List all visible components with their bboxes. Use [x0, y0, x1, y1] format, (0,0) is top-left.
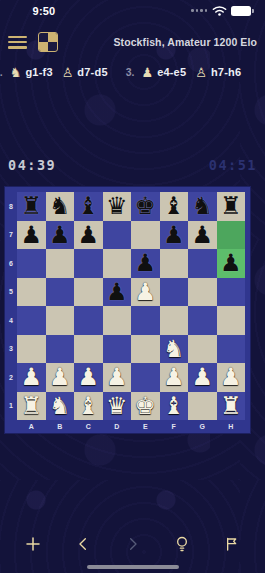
white-bishop: ♝	[163, 394, 185, 418]
square-d7[interactable]	[103, 221, 132, 250]
square-h7[interactable]	[217, 221, 246, 250]
square-b6[interactable]	[46, 249, 75, 278]
white-knight: ♞	[49, 394, 71, 418]
white-rook: ♜	[20, 394, 42, 418]
square-g2[interactable]: ♟	[188, 363, 217, 392]
file-label-h: H	[217, 420, 246, 433]
square-g1[interactable]	[188, 392, 217, 421]
forward-button[interactable]	[120, 531, 146, 557]
cellular-signal-icon	[191, 9, 207, 12]
home-indicator[interactable]	[87, 565, 179, 569]
black-pawn-icon: ♙	[195, 66, 207, 79]
rank-label-1: 1	[5, 392, 17, 421]
white-pawn: ♟	[49, 365, 71, 389]
white-pawn-icon: ♟	[141, 66, 153, 79]
square-d3[interactable]	[103, 335, 132, 364]
square-c5[interactable]	[74, 278, 103, 307]
move-item[interactable]: ♙d7-d5	[62, 66, 108, 79]
black-pawn: ♟	[77, 223, 99, 247]
black-pawn: ♟	[220, 251, 242, 275]
white-pawn: ♟	[163, 365, 185, 389]
square-f2[interactable]: ♟	[160, 363, 189, 392]
white-knight: ♞	[163, 337, 185, 361]
move-list[interactable]: 2.♞g1-f3♙d7-d53.♟e4-e5♙h7-h6	[0, 60, 265, 84]
file-label-e: E	[131, 420, 160, 433]
file-labels: ABCDEFGH	[17, 420, 245, 433]
square-f4[interactable]	[160, 306, 189, 335]
square-f7[interactable]: ♟	[160, 221, 189, 250]
square-e2[interactable]	[131, 363, 160, 392]
square-h5[interactable]	[217, 278, 246, 307]
square-e6[interactable]: ♟	[131, 249, 160, 278]
white-bishop: ♝	[77, 394, 99, 418]
square-d6[interactable]	[103, 249, 132, 278]
square-g5[interactable]	[188, 278, 217, 307]
black-rook: ♜	[20, 194, 42, 218]
menu-icon[interactable]	[8, 36, 27, 49]
bottom-toolbar	[0, 527, 265, 561]
hint-icon	[174, 535, 190, 554]
opponent-title: Stockfish, Amateur 1200 Elo	[58, 36, 265, 48]
white-pawn: ♟	[77, 365, 99, 389]
status-bar: 9:50	[0, 0, 265, 22]
square-b4[interactable]	[46, 306, 75, 335]
right-clock: 04:51	[209, 157, 257, 173]
square-e7[interactable]	[131, 221, 160, 250]
square-h6[interactable]: ♟	[217, 249, 246, 278]
square-f5[interactable]	[160, 278, 189, 307]
square-h8[interactable]: ♜	[217, 192, 246, 221]
square-e4[interactable]	[131, 306, 160, 335]
back-button[interactable]	[70, 531, 96, 557]
black-pawn-icon: ♙	[62, 66, 74, 79]
square-b3[interactable]	[46, 335, 75, 364]
black-pawn: ♟	[134, 251, 156, 275]
white-pawn: ♟	[20, 365, 42, 389]
square-g6[interactable]	[188, 249, 217, 278]
square-h4[interactable]	[217, 306, 246, 335]
square-e5[interactable]: ♟	[131, 278, 160, 307]
black-knight: ♞	[49, 194, 71, 218]
square-b5[interactable]	[46, 278, 75, 307]
clocks-row: 04:39 04:51	[0, 152, 265, 178]
file-label-g: G	[188, 420, 217, 433]
rank-label-5: 5	[5, 278, 17, 307]
move-number: 2.	[0, 66, 3, 78]
white-rook: ♜	[220, 394, 242, 418]
file-label-f: F	[160, 420, 189, 433]
square-d8[interactable]: ♛	[103, 192, 132, 221]
black-bishop: ♝	[163, 194, 185, 218]
rank-label-7: 7	[5, 221, 17, 250]
hint-button[interactable]	[169, 531, 195, 557]
chessboard-icon[interactable]	[38, 32, 58, 52]
wifi-icon	[212, 5, 227, 16]
rank-label-6: 6	[5, 249, 17, 278]
black-rook: ♜	[220, 194, 242, 218]
file-label-a: A	[17, 420, 46, 433]
back-icon	[75, 535, 91, 553]
square-e1[interactable]: ♚	[131, 392, 160, 421]
forward-icon	[125, 535, 141, 553]
black-pawn: ♟	[49, 223, 71, 247]
square-g3[interactable]	[188, 335, 217, 364]
black-pawn: ♟	[163, 223, 185, 247]
left-clock: 04:39	[8, 157, 56, 173]
square-h2[interactable]: ♟	[217, 363, 246, 392]
square-b2[interactable]: ♟	[46, 363, 75, 392]
square-a7[interactable]: ♟	[17, 221, 46, 250]
square-g7[interactable]: ♟	[188, 221, 217, 250]
header: Stockfish, Amateur 1200 Elo	[0, 26, 265, 58]
square-g8[interactable]: ♞	[188, 192, 217, 221]
square-g4[interactable]	[188, 306, 217, 335]
rank-label-8: 8	[5, 192, 17, 221]
black-pawn: ♟	[20, 223, 42, 247]
square-d5[interactable]: ♟	[103, 278, 132, 307]
square-e8[interactable]: ♚	[131, 192, 160, 221]
file-label-c: C	[74, 420, 103, 433]
move-item[interactable]: ♞g1-f3	[10, 66, 53, 79]
move-text: g1-f3	[25, 66, 52, 78]
white-pawn: ♟	[134, 280, 156, 304]
move-item[interactable]: ♙h7-h6	[195, 66, 241, 79]
square-f6[interactable]	[160, 249, 189, 278]
square-c2[interactable]: ♟	[74, 363, 103, 392]
board-squares: ♜♞♝♛♚♝♞♜♟♟♟♟♟♟♟♟♟♞♟♟♟♟♟♟♟♜♞♝♛♚♝♜	[17, 192, 245, 420]
square-h1[interactable]: ♜	[217, 392, 246, 421]
square-b7[interactable]: ♟	[46, 221, 75, 250]
rank-label-2: 2	[5, 363, 17, 392]
square-c7[interactable]: ♟	[74, 221, 103, 250]
move-text: e4-e5	[157, 66, 186, 78]
square-c4[interactable]	[74, 306, 103, 335]
add-icon	[24, 535, 42, 553]
battery-icon	[231, 6, 251, 16]
square-f8[interactable]: ♝	[160, 192, 189, 221]
square-b1[interactable]: ♞	[46, 392, 75, 421]
flag-button[interactable]	[219, 531, 245, 557]
black-knight: ♞	[191, 194, 213, 218]
file-label-b: B	[46, 420, 75, 433]
black-pawn: ♟	[106, 280, 128, 304]
white-pawn: ♟	[191, 365, 213, 389]
square-f1[interactable]: ♝	[160, 392, 189, 421]
square-a4[interactable]	[17, 306, 46, 335]
square-e3[interactable]	[131, 335, 160, 364]
move-item[interactable]: ♟e4-e5	[141, 66, 186, 79]
status-time: 9:50	[22, 5, 66, 17]
square-d2[interactable]: ♟	[103, 363, 132, 392]
rank-label-3: 3	[5, 335, 17, 364]
square-c1[interactable]: ♝	[74, 392, 103, 421]
black-king: ♚	[134, 194, 156, 218]
black-queen: ♛	[106, 194, 128, 218]
square-a1[interactable]: ♜	[17, 392, 46, 421]
white-queen: ♛	[106, 394, 128, 418]
black-bishop: ♝	[77, 194, 99, 218]
rank-label-4: 4	[5, 306, 17, 335]
black-pawn: ♟	[191, 223, 213, 247]
square-f3[interactable]: ♞	[160, 335, 189, 364]
move-number: 3.	[126, 66, 135, 78]
square-c6[interactable]	[74, 249, 103, 278]
square-a3[interactable]	[17, 335, 46, 364]
square-c8[interactable]: ♝	[74, 192, 103, 221]
chess-board: 87654321 ♜♞♝♛♚♝♞♜♟♟♟♟♟♟♟♟♟♞♟♟♟♟♟♟♟♜♞♝♛♚♝…	[5, 187, 250, 433]
rank-labels: 87654321	[5, 192, 17, 420]
square-c3[interactable]	[74, 335, 103, 364]
square-a5[interactable]	[17, 278, 46, 307]
white-pawn: ♟	[220, 365, 242, 389]
square-h3[interactable]	[217, 335, 246, 364]
phone-screen: 9:50 Stockfish, Amateur 1200 Elo 2.♞g1-f…	[0, 0, 265, 573]
flag-icon	[224, 535, 240, 553]
square-a2[interactable]: ♟	[17, 363, 46, 392]
square-d4[interactable]	[103, 306, 132, 335]
add-button[interactable]	[20, 531, 46, 557]
move-text: h7-h6	[211, 66, 241, 78]
file-label-d: D	[103, 420, 132, 433]
white-knight-icon: ♞	[10, 66, 22, 79]
white-pawn: ♟	[106, 365, 128, 389]
move-text: d7-d5	[77, 66, 107, 78]
white-king: ♚	[134, 394, 156, 418]
square-b8[interactable]: ♞	[46, 192, 75, 221]
square-d1[interactable]: ♛	[103, 392, 132, 421]
square-a8[interactable]: ♜	[17, 192, 46, 221]
square-a6[interactable]	[17, 249, 46, 278]
